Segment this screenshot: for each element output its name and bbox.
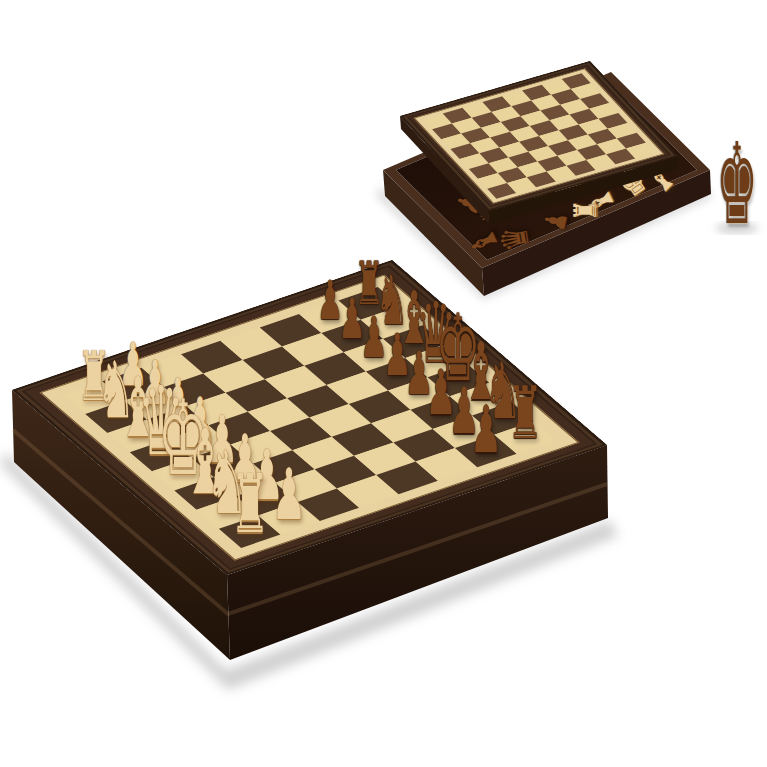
lone-king-piece: ♚ — [716, 127, 757, 239]
lid-side-graphics — [0, 0, 767, 767]
chess-set-product-photo: ♜♞♝♛♚♝♞♜♟♟♟♟♟♟♟♟♟♟♟♟♟♟♟♟♜♞♝♛♚♝♞♜ ♞♟♝♜♟♛♟… — [0, 0, 767, 767]
